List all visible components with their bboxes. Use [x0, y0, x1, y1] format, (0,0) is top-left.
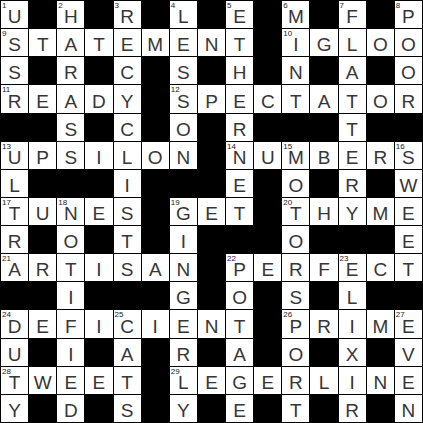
cell-r11c0[interactable]: 24D: [1, 310, 28, 337]
clue-number: 25: [115, 310, 124, 319]
cell-r11c1[interactable]: E: [29, 310, 56, 337]
cell-r7c2[interactable]: 18N: [57, 198, 84, 225]
cell-r13c4[interactable]: T: [114, 367, 141, 394]
cell-r7c10[interactable]: 20T: [282, 198, 309, 225]
black-cell-r12c9: [254, 339, 281, 366]
cell-r5c6[interactable]: N: [170, 142, 197, 169]
cell-letter: U: [8, 345, 22, 366]
cell-r13c7[interactable]: E: [198, 367, 225, 394]
cell-r13c10[interactable]: R: [282, 367, 309, 394]
cell-r5c8[interactable]: 14N: [226, 142, 253, 169]
cell-r1c11[interactable]: G: [310, 29, 337, 56]
cell-r13c11[interactable]: L: [310, 367, 337, 394]
black-cell-r8c1: [29, 226, 56, 253]
cell-r5c9[interactable]: U: [254, 142, 281, 169]
black-cell-r8c13: [367, 226, 394, 253]
cell-letter: E: [233, 7, 246, 28]
cell-letter: M: [288, 7, 304, 28]
cell-letter: H: [317, 204, 331, 225]
cell-letter: Y: [346, 204, 359, 225]
cell-r14c10[interactable]: T: [282, 395, 309, 422]
cell-r9c2[interactable]: T: [57, 254, 84, 281]
cell-r8c14[interactable]: E: [395, 226, 422, 253]
black-cell-r1c9: [254, 29, 281, 56]
cell-r0c0[interactable]: 1U: [1, 1, 28, 28]
cell-r0c4[interactable]: 3R: [114, 1, 141, 28]
cell-r11c14[interactable]: 27E: [395, 310, 422, 337]
cell-r3c11[interactable]: A: [310, 85, 337, 112]
cell-letter: N: [373, 373, 387, 394]
cell-letter: S: [121, 401, 134, 422]
cell-r12c14[interactable]: V: [395, 339, 422, 366]
cell-letter: R: [402, 92, 416, 113]
cell-letter: T: [234, 317, 246, 338]
cell-r3c1[interactable]: E: [29, 85, 56, 112]
cell-r11c5[interactable]: I: [142, 310, 169, 337]
cell-r5c13[interactable]: R: [367, 142, 394, 169]
cell-letter: E: [233, 92, 246, 113]
cell-r6c0[interactable]: L: [1, 170, 28, 197]
cell-r11c2[interactable]: F: [57, 310, 84, 337]
cell-letter: U: [8, 7, 22, 28]
cell-r9c13[interactable]: C: [367, 254, 394, 281]
clue-number: 9: [2, 29, 6, 38]
cell-r11c11[interactable]: R: [310, 310, 337, 337]
cell-r5c10[interactable]: 15M: [282, 142, 309, 169]
cell-r6c12[interactable]: R: [339, 170, 366, 197]
cell-r1c12[interactable]: L: [339, 29, 366, 56]
black-cell-r2c9: [254, 57, 281, 84]
black-cell-r7c9: [254, 198, 281, 225]
cell-letter: R: [8, 232, 22, 253]
cell-r6c8[interactable]: E: [226, 170, 253, 197]
clue-number: 8: [396, 1, 400, 10]
cell-r11c12[interactable]: I: [339, 310, 366, 337]
cell-r7c0[interactable]: 17T: [1, 198, 28, 225]
cell-letter: O: [401, 63, 416, 84]
cell-r0c14[interactable]: 8P: [395, 1, 422, 28]
cell-r1c7[interactable]: N: [198, 29, 225, 56]
cell-r13c0[interactable]: 28T: [1, 367, 28, 394]
cell-letter: A: [8, 260, 21, 281]
cell-letter: I: [124, 176, 129, 197]
cell-letter: E: [346, 148, 359, 169]
cell-letter: E: [402, 204, 415, 225]
black-cell-r6c5: [142, 170, 169, 197]
black-cell-r2c13: [367, 57, 394, 84]
cell-r3c9[interactable]: C: [254, 85, 281, 112]
cell-letter: T: [290, 92, 302, 113]
cell-r5c1[interactable]: P: [29, 142, 56, 169]
cell-letter: C: [120, 63, 134, 84]
cell-letter: T: [234, 204, 246, 225]
cell-letter: L: [122, 148, 133, 169]
cell-r9c5[interactable]: A: [142, 254, 169, 281]
black-cell-r10c13: [367, 282, 394, 309]
cell-r11c3[interactable]: I: [85, 310, 112, 337]
black-cell-r4c0: [1, 114, 28, 141]
cell-letter: A: [64, 35, 77, 56]
cell-letter: R: [289, 373, 303, 394]
cell-r1c13[interactable]: O: [367, 29, 394, 56]
black-cell-r8c12: [339, 226, 366, 253]
black-cell-r7c5: [142, 198, 169, 225]
cell-r7c7[interactable]: E: [198, 198, 225, 225]
cell-r0c2[interactable]: 2H: [57, 1, 84, 28]
cell-r9c10[interactable]: R: [282, 254, 309, 281]
black-cell-r8c3: [85, 226, 112, 253]
cell-letter: E: [205, 373, 218, 394]
cell-r6c10[interactable]: O: [282, 170, 309, 197]
cell-r12c8[interactable]: A: [226, 339, 253, 366]
cell-r14c12[interactable]: R: [339, 395, 366, 422]
cell-r1c1[interactable]: T: [29, 29, 56, 56]
cell-letter: F: [318, 260, 330, 281]
cell-letter: P: [290, 317, 303, 338]
cell-letter: R: [8, 92, 22, 113]
clue-number: 22: [227, 254, 236, 263]
cell-r8c0[interactable]: R: [1, 226, 28, 253]
cell-r12c2[interactable]: I: [57, 339, 84, 366]
black-cell-r4c14: [395, 114, 422, 141]
cell-letter: S: [64, 148, 77, 169]
cell-letter: G: [176, 288, 191, 309]
black-cell-r4c5: [142, 114, 169, 141]
cell-r1c14[interactable]: O: [395, 29, 422, 56]
clue-number: 14: [227, 142, 236, 151]
cell-r1c4[interactable]: E: [114, 29, 141, 56]
cell-letter: E: [64, 373, 77, 394]
cell-letter: P: [36, 148, 49, 169]
cell-letter: R: [64, 63, 78, 84]
cell-letter: E: [93, 373, 106, 394]
black-cell-r12c11: [310, 339, 337, 366]
cell-r5c5[interactable]: O: [142, 142, 169, 169]
cell-r1c3[interactable]: T: [85, 29, 112, 56]
cell-r2c12[interactable]: A: [339, 57, 366, 84]
cell-r5c4[interactable]: L: [114, 142, 141, 169]
cell-letter: N: [64, 204, 78, 225]
cell-r3c6[interactable]: 12S: [170, 85, 197, 112]
cell-r13c12[interactable]: I: [339, 367, 366, 394]
black-cell-r8c11: [310, 226, 337, 253]
cell-r5c3[interactable]: I: [85, 142, 112, 169]
cell-letter: R: [345, 401, 359, 422]
cell-letter: E: [205, 204, 218, 225]
black-cell-r6c2: [57, 170, 84, 197]
cell-r0c10[interactable]: 6M: [282, 1, 309, 28]
clue-number: 7: [340, 1, 344, 10]
cell-r8c2[interactable]: O: [57, 226, 84, 253]
black-cell-r6c3: [85, 170, 112, 197]
cell-letter: D: [64, 401, 78, 422]
cell-r9c6[interactable]: N: [170, 254, 197, 281]
clue-number: 13: [2, 142, 11, 151]
clue-number: 16: [396, 142, 405, 151]
black-cell-r14c1: [29, 395, 56, 422]
cell-r14c14[interactable]: N: [395, 395, 422, 422]
cell-r7c14[interactable]: E: [395, 198, 422, 225]
black-cell-r6c6: [170, 170, 197, 197]
cell-r13c8[interactable]: G: [226, 367, 253, 394]
cell-letter: A: [346, 63, 359, 84]
cell-letter: S: [64, 120, 77, 141]
cell-letter: E: [346, 260, 359, 281]
cell-r3c14[interactable]: R: [395, 85, 422, 112]
cell-r4c12[interactable]: T: [339, 114, 366, 141]
cell-letter: E: [36, 317, 49, 338]
cell-letter: O: [289, 232, 304, 253]
cell-r1c6[interactable]: E: [170, 29, 197, 56]
cell-r4c6[interactable]: O: [170, 114, 197, 141]
black-cell-r4c10: [282, 114, 309, 141]
cell-letter: Y: [121, 92, 134, 113]
cell-r9c12[interactable]: 23E: [339, 254, 366, 281]
cell-r10c6[interactable]: G: [170, 282, 197, 309]
black-cell-r0c3: [85, 1, 112, 28]
cell-r9c0[interactable]: 21A: [1, 254, 28, 281]
cell-r2c4[interactable]: C: [114, 57, 141, 84]
cell-r3c8[interactable]: E: [226, 85, 253, 112]
cell-r11c8[interactable]: T: [226, 310, 253, 337]
cell-r7c1[interactable]: U: [29, 198, 56, 225]
cell-letter: Y: [177, 401, 190, 422]
cell-letter: I: [96, 317, 101, 338]
cell-letter: P: [233, 260, 246, 281]
cell-r1c10[interactable]: 10I: [282, 29, 309, 56]
cell-r13c9[interactable]: E: [254, 367, 281, 394]
clue-number: 10: [283, 29, 292, 38]
cell-letter: U: [261, 148, 275, 169]
cell-r11c13[interactable]: M: [367, 310, 394, 337]
cell-letter: N: [402, 401, 416, 422]
cell-r6c14[interactable]: W: [395, 170, 422, 197]
cell-r2c10[interactable]: N: [282, 57, 309, 84]
cell-r11c7[interactable]: N: [198, 310, 225, 337]
cell-r10c2[interactable]: I: [57, 282, 84, 309]
cell-r9c4[interactable]: S: [114, 254, 141, 281]
cell-r12c10[interactable]: O: [282, 339, 309, 366]
cell-letter: N: [176, 260, 190, 281]
cell-r0c12[interactable]: 7F: [339, 1, 366, 28]
cell-r10c8[interactable]: O: [226, 282, 253, 309]
cell-letter: U: [36, 204, 50, 225]
cell-letter: T: [37, 35, 49, 56]
cell-r14c8[interactable]: E: [226, 395, 253, 422]
cell-r13c1[interactable]: W: [29, 367, 56, 394]
black-cell-r10c7: [198, 282, 225, 309]
cell-r3c12[interactable]: T: [339, 85, 366, 112]
black-cell-r12c7: [198, 339, 225, 366]
black-cell-r4c1: [29, 114, 56, 141]
cell-r0c6[interactable]: 4L: [170, 1, 197, 28]
black-cell-r12c1: [29, 339, 56, 366]
cell-letter: N: [205, 317, 219, 338]
clue-number: 17: [2, 198, 11, 207]
cell-r3c2[interactable]: A: [57, 85, 84, 112]
cell-letter: E: [121, 35, 134, 56]
clue-number: 1: [2, 1, 6, 10]
cell-letter: S: [402, 148, 415, 169]
cell-letter: A: [149, 260, 162, 281]
cell-letter: Y: [8, 401, 21, 422]
cell-r9c8[interactable]: 22P: [226, 254, 253, 281]
cell-letter: T: [93, 35, 105, 56]
cell-r10c12[interactable]: L: [339, 282, 366, 309]
cell-letter: S: [177, 92, 190, 113]
cell-r9c14[interactable]: T: [395, 254, 422, 281]
cell-letter: T: [403, 260, 415, 281]
cell-r3c0[interactable]: 11R: [1, 85, 28, 112]
cell-letter: T: [346, 92, 358, 113]
black-cell-r14c7: [198, 395, 225, 422]
cell-r9c11[interactable]: F: [310, 254, 337, 281]
cell-r1c5[interactable]: M: [142, 29, 169, 56]
cell-letter: O: [373, 92, 388, 113]
cell-letter: E: [402, 317, 415, 338]
cell-r14c4[interactable]: S: [114, 395, 141, 422]
cell-r4c8[interactable]: R: [226, 114, 253, 141]
cell-letter: E: [261, 260, 274, 281]
cell-letter: S: [121, 204, 134, 225]
cell-letter: C: [373, 260, 387, 281]
cell-letter: E: [402, 373, 415, 394]
cell-letter: S: [177, 63, 190, 84]
cell-r1c8[interactable]: T: [226, 29, 253, 56]
cell-r7c12[interactable]: Y: [339, 198, 366, 225]
cell-r7c13[interactable]: M: [367, 198, 394, 225]
cell-r7c3[interactable]: E: [85, 198, 112, 225]
cell-letter: I: [68, 288, 73, 309]
black-cell-r0c11: [310, 1, 337, 28]
cell-letter: R: [120, 7, 134, 28]
cell-letter: G: [232, 373, 247, 394]
cell-letter: S: [8, 63, 21, 84]
cell-letter: L: [178, 7, 189, 28]
black-cell-r12c13: [367, 339, 394, 366]
cell-r5c12[interactable]: E: [339, 142, 366, 169]
cell-r9c3[interactable]: I: [85, 254, 112, 281]
clue-number: 26: [283, 310, 292, 319]
cell-letter: N: [233, 148, 247, 169]
cell-r5c14[interactable]: 16S: [395, 142, 422, 169]
black-cell-r2c7: [198, 57, 225, 84]
cell-letter: P: [205, 92, 218, 113]
black-cell-r0c13: [367, 1, 394, 28]
black-cell-r12c5: [142, 339, 169, 366]
cell-letter: N: [289, 63, 303, 84]
cell-r11c10[interactable]: 26P: [282, 310, 309, 337]
cell-r13c3[interactable]: E: [85, 367, 112, 394]
cell-letter: N: [176, 148, 190, 169]
cell-r2c14[interactable]: O: [395, 57, 422, 84]
cell-r2c6[interactable]: S: [170, 57, 197, 84]
cell-letter: T: [234, 35, 246, 56]
cell-r2c2[interactable]: R: [57, 57, 84, 84]
black-cell-r8c7: [198, 226, 225, 253]
cell-r3c7[interactable]: P: [198, 85, 225, 112]
cell-r13c2[interactable]: E: [57, 367, 84, 394]
cell-r7c11[interactable]: H: [310, 198, 337, 225]
cell-letter: O: [176, 120, 191, 141]
cell-r8c6[interactable]: I: [170, 226, 197, 253]
cell-letter: W: [399, 176, 417, 197]
cell-r11c4[interactable]: 25C: [114, 310, 141, 337]
cell-letter: R: [317, 317, 331, 338]
cell-letter: D: [92, 92, 106, 113]
cell-letter: V: [402, 345, 415, 366]
cell-r3c3[interactable]: D: [85, 85, 112, 112]
cell-letter: R: [289, 260, 303, 281]
clue-number: 5: [227, 1, 231, 10]
cell-letter: I: [181, 232, 186, 253]
black-cell-r6c9: [254, 170, 281, 197]
cell-r5c2[interactable]: S: [57, 142, 84, 169]
clue-number: 19: [171, 198, 180, 207]
cell-letter: O: [373, 35, 388, 56]
cell-r6c4[interactable]: I: [114, 170, 141, 197]
cell-r7c4[interactable]: S: [114, 198, 141, 225]
cell-r7c8[interactable]: T: [226, 198, 253, 225]
cell-r3c13[interactable]: O: [367, 85, 394, 112]
cell-r13c14[interactable]: E: [395, 367, 422, 394]
cell-r0c8[interactable]: 5E: [226, 1, 253, 28]
cell-r5c0[interactable]: 13U: [1, 142, 28, 169]
cell-r9c9[interactable]: E: [254, 254, 281, 281]
cell-r2c0[interactable]: S: [1, 57, 28, 84]
cell-letter: O: [289, 176, 304, 197]
cell-letter: T: [346, 120, 358, 141]
cell-letter: E: [233, 176, 246, 197]
cell-r12c12[interactable]: X: [339, 339, 366, 366]
cell-r11c6[interactable]: E: [170, 310, 197, 337]
black-cell-r0c1: [29, 1, 56, 28]
cell-r13c13[interactable]: N: [367, 367, 394, 394]
cell-letter: E: [93, 204, 106, 225]
black-cell-r2c5: [142, 57, 169, 84]
cell-r14c6[interactable]: Y: [170, 395, 197, 422]
cell-r3c10[interactable]: T: [282, 85, 309, 112]
cell-r1c2[interactable]: A: [57, 29, 84, 56]
cell-r12c0[interactable]: U: [1, 339, 28, 366]
cell-letter: C: [261, 92, 275, 113]
cell-r3c4[interactable]: Y: [114, 85, 141, 112]
cell-r9c1[interactable]: R: [29, 254, 56, 281]
cell-r13c6[interactable]: 29L: [170, 367, 197, 394]
cell-r14c2[interactable]: D: [57, 395, 84, 422]
cell-letter: T: [121, 373, 133, 394]
cell-letter: H: [64, 7, 78, 28]
black-cell-r10c5: [142, 282, 169, 309]
cell-r4c4[interactable]: C: [114, 114, 141, 141]
cell-r10c10[interactable]: S: [282, 282, 309, 309]
cell-letter: S: [290, 288, 303, 309]
cell-r14c0[interactable]: Y: [1, 395, 28, 422]
cell-r5c11[interactable]: B: [310, 142, 337, 169]
cell-r12c4[interactable]: A: [114, 339, 141, 366]
cell-r7c6[interactable]: 19G: [170, 198, 197, 225]
cell-r4c2[interactable]: S: [57, 114, 84, 141]
cell-r8c4[interactable]: T: [114, 226, 141, 253]
cell-letter: R: [373, 148, 387, 169]
cell-r1c0[interactable]: 9S: [1, 29, 28, 56]
cell-r2c8[interactable]: H: [226, 57, 253, 84]
cell-r12c6[interactable]: R: [170, 339, 197, 366]
cell-letter: D: [8, 317, 22, 338]
cell-letter: E: [402, 232, 415, 253]
cell-letter: L: [178, 373, 189, 394]
cell-r8c10[interactable]: O: [282, 226, 309, 253]
